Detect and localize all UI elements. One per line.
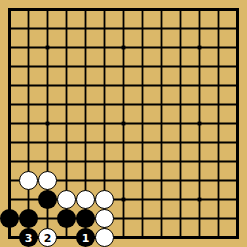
- intersection-dh[interactable]: [57, 133, 76, 152]
- intersection-ie[interactable]: [152, 76, 171, 95]
- intersection-hg[interactable]: [133, 114, 152, 133]
- intersection-mf[interactable]: [228, 95, 247, 114]
- intersection-he[interactable]: [133, 76, 152, 95]
- intersection-ke[interactable]: [190, 76, 209, 95]
- intersection-gi[interactable]: [114, 152, 133, 171]
- intersection-bf[interactable]: [19, 95, 38, 114]
- intersection-dd[interactable]: [57, 57, 76, 76]
- intersection-ci[interactable]: [38, 152, 57, 171]
- intersection-bd[interactable]: [19, 57, 38, 76]
- intersection-fe[interactable]: [95, 76, 114, 95]
- intersection-kj[interactable]: [190, 171, 209, 190]
- intersection-ia[interactable]: [152, 0, 171, 19]
- black-stone: [57, 209, 76, 228]
- white-stone: [95, 209, 114, 228]
- intersection-kh[interactable]: [190, 133, 209, 152]
- white-stone: [95, 190, 114, 209]
- intersection-ll[interactable]: [209, 209, 228, 228]
- intersection-ik[interactable]: [152, 190, 171, 209]
- black-stone: [19, 209, 38, 228]
- intersection-hb[interactable]: [133, 19, 152, 38]
- intersection-hd[interactable]: [133, 57, 152, 76]
- intersection-km[interactable]: [190, 228, 209, 247]
- intersection-ha[interactable]: [133, 0, 152, 19]
- intersection-jh[interactable]: [171, 133, 190, 152]
- intersection-cc[interactable]: [38, 38, 57, 57]
- intersection-di[interactable]: [57, 152, 76, 171]
- intersection-lh[interactable]: [209, 133, 228, 152]
- intersection-lf[interactable]: [209, 95, 228, 114]
- intersection-ak[interactable]: [0, 190, 19, 209]
- intersection-ka[interactable]: [190, 0, 209, 19]
- intersection-bc[interactable]: [19, 38, 38, 57]
- intersection-fm[interactable]: [95, 228, 114, 247]
- intersection-cd[interactable]: [38, 57, 57, 76]
- intersection-kb[interactable]: [190, 19, 209, 38]
- intersection-jd[interactable]: [171, 57, 190, 76]
- move-number: 1: [82, 233, 90, 244]
- intersection-dc[interactable]: [57, 38, 76, 57]
- intersection-ed[interactable]: [76, 57, 95, 76]
- intersection-ek[interactable]: [76, 190, 95, 209]
- intersection-ai[interactable]: [0, 152, 19, 171]
- intersection-mj[interactable]: [228, 171, 247, 190]
- intersection-kd[interactable]: [190, 57, 209, 76]
- intersection-je[interactable]: [171, 76, 190, 95]
- intersection-hc[interactable]: [133, 38, 152, 57]
- black-stone: [0, 209, 19, 228]
- intersection-eh[interactable]: [76, 133, 95, 152]
- intersection-ga[interactable]: [114, 0, 133, 19]
- intersection-hk[interactable]: [133, 190, 152, 209]
- intersection-dl[interactable]: [57, 209, 76, 228]
- intersection-mi[interactable]: [228, 152, 247, 171]
- intersection-em[interactable]: 1: [76, 228, 95, 247]
- intersection-gf[interactable]: [114, 95, 133, 114]
- intersection-hf[interactable]: [133, 95, 152, 114]
- intersection-gh[interactable]: [114, 133, 133, 152]
- intersection-gd[interactable]: [114, 57, 133, 76]
- intersection-gm[interactable]: [114, 228, 133, 247]
- intersection-ki[interactable]: [190, 152, 209, 171]
- intersection-ic[interactable]: [152, 38, 171, 57]
- intersection-de[interactable]: [57, 76, 76, 95]
- intersection-bk[interactable]: [19, 190, 38, 209]
- intersection-ml[interactable]: [228, 209, 247, 228]
- intersection-ad[interactable]: [0, 57, 19, 76]
- white-stone: [19, 171, 38, 190]
- intersection-cl[interactable]: [38, 209, 57, 228]
- intersection-kg[interactable]: [190, 114, 209, 133]
- intersection-db[interactable]: [57, 19, 76, 38]
- intersection-ae[interactable]: [0, 76, 19, 95]
- intersection-dk[interactable]: [57, 190, 76, 209]
- intersection-jj[interactable]: [171, 171, 190, 190]
- intersection-aj[interactable]: [0, 171, 19, 190]
- move-1-stone-black: 1: [76, 228, 95, 247]
- intersection-cj[interactable]: [38, 171, 57, 190]
- intersection-la[interactable]: [209, 0, 228, 19]
- intersection-jf[interactable]: [171, 95, 190, 114]
- intersection-bl[interactable]: [19, 209, 38, 228]
- intersection-aa[interactable]: [0, 0, 19, 19]
- white-stone: [95, 228, 114, 247]
- intersection-ef[interactable]: [76, 95, 95, 114]
- intersection-md[interactable]: [228, 57, 247, 76]
- intersection-gg[interactable]: [114, 114, 133, 133]
- move-number: 3: [25, 233, 33, 244]
- intersection-dg[interactable]: [57, 114, 76, 133]
- intersection-be[interactable]: [19, 76, 38, 95]
- intersection-al[interactable]: [0, 209, 19, 228]
- go-diagram: 321: [0, 0, 247, 247]
- white-stone: [38, 171, 57, 190]
- white-stone: [76, 190, 95, 209]
- intersection-fc[interactable]: [95, 38, 114, 57]
- black-stone: [38, 190, 57, 209]
- intersection-dm[interactable]: [57, 228, 76, 247]
- intersection-ee[interactable]: [76, 76, 95, 95]
- intersection-df[interactable]: [57, 95, 76, 114]
- intersection-jg[interactable]: [171, 114, 190, 133]
- go-board[interactable]: 321: [0, 0, 247, 247]
- intersection-hi[interactable]: [133, 152, 152, 171]
- move-3-stone-black: 3: [19, 228, 38, 247]
- intersection-mc[interactable]: [228, 38, 247, 57]
- intersection-me[interactable]: [228, 76, 247, 95]
- intersection-hl[interactable]: [133, 209, 152, 228]
- intersection-il[interactable]: [152, 209, 171, 228]
- intersection-ca[interactable]: [38, 0, 57, 19]
- intersection-fa[interactable]: [95, 0, 114, 19]
- intersection-mg[interactable]: [228, 114, 247, 133]
- intersection-li[interactable]: [209, 152, 228, 171]
- intersection-lg[interactable]: [209, 114, 228, 133]
- intersection-bm[interactable]: 3: [19, 228, 38, 247]
- move-number: 2: [44, 233, 52, 244]
- intersection-eb[interactable]: [76, 19, 95, 38]
- move-2-stone-white: 2: [38, 228, 57, 247]
- intersection-ii[interactable]: [152, 152, 171, 171]
- intersection-da[interactable]: [57, 0, 76, 19]
- intersection-ja[interactable]: [171, 0, 190, 19]
- intersection-ij[interactable]: [152, 171, 171, 190]
- intersection-jm[interactable]: [171, 228, 190, 247]
- intersection-kk[interactable]: [190, 190, 209, 209]
- intersection-lm[interactable]: [209, 228, 228, 247]
- intersection-bi[interactable]: [19, 152, 38, 171]
- intersection-ej[interactable]: [76, 171, 95, 190]
- intersection-gk[interactable]: [114, 190, 133, 209]
- intersection-hj[interactable]: [133, 171, 152, 190]
- intersection-cg[interactable]: [38, 114, 57, 133]
- intersection-ji[interactable]: [171, 152, 190, 171]
- intersection-ig[interactable]: [152, 114, 171, 133]
- intersection-ah[interactable]: [0, 133, 19, 152]
- intersection-fg[interactable]: [95, 114, 114, 133]
- intersection-mh[interactable]: [228, 133, 247, 152]
- intersection-ba[interactable]: [19, 0, 38, 19]
- intersection-kf[interactable]: [190, 95, 209, 114]
- intersection-im[interactable]: [152, 228, 171, 247]
- intersection-dj[interactable]: [57, 171, 76, 190]
- intersection-mb[interactable]: [228, 19, 247, 38]
- intersection-fi[interactable]: [95, 152, 114, 171]
- intersection-fl[interactable]: [95, 209, 114, 228]
- intersection-bj[interactable]: [19, 171, 38, 190]
- intersection-lj[interactable]: [209, 171, 228, 190]
- intersection-lb[interactable]: [209, 19, 228, 38]
- intersection-fk[interactable]: [95, 190, 114, 209]
- intersection-le[interactable]: [209, 76, 228, 95]
- intersection-ib[interactable]: [152, 19, 171, 38]
- intersection-hh[interactable]: [133, 133, 152, 152]
- intersection-lk[interactable]: [209, 190, 228, 209]
- intersection-fd[interactable]: [95, 57, 114, 76]
- intersection-fh[interactable]: [95, 133, 114, 152]
- intersection-ag[interactable]: [0, 114, 19, 133]
- intersection-ff[interactable]: [95, 95, 114, 114]
- intersection-gj[interactable]: [114, 171, 133, 190]
- intersection-ck[interactable]: [38, 190, 57, 209]
- intersection-ld[interactable]: [209, 57, 228, 76]
- intersection-gc[interactable]: [114, 38, 133, 57]
- intersection-ih[interactable]: [152, 133, 171, 152]
- intersection-bh[interactable]: [19, 133, 38, 152]
- intersection-eg[interactable]: [76, 114, 95, 133]
- intersection-ei[interactable]: [76, 152, 95, 171]
- intersection-cm[interactable]: 2: [38, 228, 57, 247]
- intersection-ce[interactable]: [38, 76, 57, 95]
- intersection-gb[interactable]: [114, 19, 133, 38]
- intersection-jc[interactable]: [171, 38, 190, 57]
- intersection-kc[interactable]: [190, 38, 209, 57]
- intersection-ge[interactable]: [114, 76, 133, 95]
- intersection-bg[interactable]: [19, 114, 38, 133]
- intersection-jl[interactable]: [171, 209, 190, 228]
- intersection-cb[interactable]: [38, 19, 57, 38]
- intersection-ac[interactable]: [0, 38, 19, 57]
- intersection-af[interactable]: [0, 95, 19, 114]
- intersection-cf[interactable]: [38, 95, 57, 114]
- intersection-ma[interactable]: [228, 0, 247, 19]
- intersection-ab[interactable]: [0, 19, 19, 38]
- intersection-if[interactable]: [152, 95, 171, 114]
- intersection-ec[interactable]: [76, 38, 95, 57]
- intersection-bb[interactable]: [19, 19, 38, 38]
- intersection-gl[interactable]: [114, 209, 133, 228]
- intersection-mk[interactable]: [228, 190, 247, 209]
- intersection-ch[interactable]: [38, 133, 57, 152]
- intersection-mm[interactable]: [228, 228, 247, 247]
- black-stone: [76, 209, 95, 228]
- intersection-lc[interactable]: [209, 38, 228, 57]
- intersection-jk[interactable]: [171, 190, 190, 209]
- intersection-fb[interactable]: [95, 19, 114, 38]
- intersection-am[interactable]: [0, 228, 19, 247]
- intersection-hm[interactable]: [133, 228, 152, 247]
- intersection-fj[interactable]: [95, 171, 114, 190]
- intersection-jb[interactable]: [171, 19, 190, 38]
- intersection-kl[interactable]: [190, 209, 209, 228]
- intersection-ea[interactable]: [76, 0, 95, 19]
- intersection-id[interactable]: [152, 57, 171, 76]
- intersection-el[interactable]: [76, 209, 95, 228]
- white-stone: [57, 190, 76, 209]
